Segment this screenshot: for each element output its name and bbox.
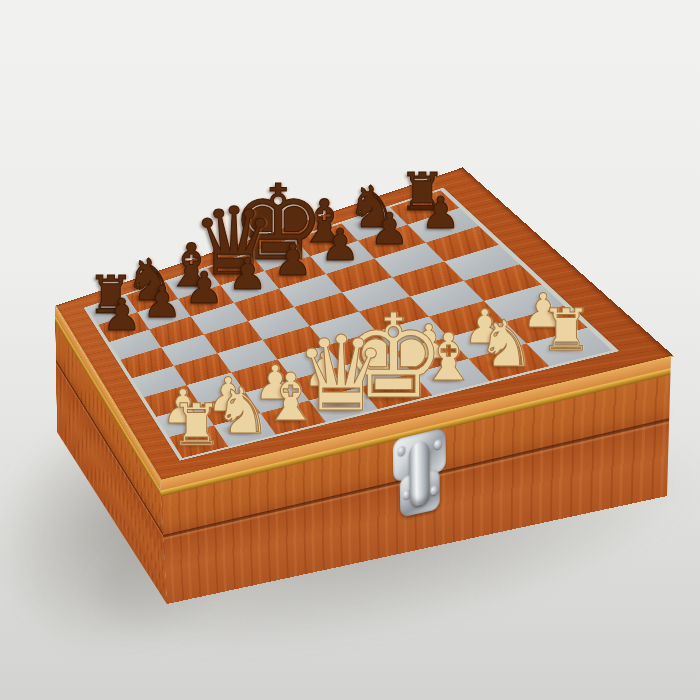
latch-hook	[409, 440, 430, 508]
product-photo-scene: ♜♞♝♛♚♝♞♜♟♟♟♟♟♟♟♟♟♟♟♟♟♟♟♟♜♞♝♛♚♝♞♜	[0, 0, 700, 700]
latch[interactable]	[386, 426, 452, 529]
